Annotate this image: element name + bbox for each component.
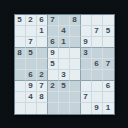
sudoku-board: 526781475761985935676239725648791	[14, 14, 115, 115]
cell-r1c1[interactable]: 5	[15, 15, 26, 26]
cell-r3c3[interactable]	[37, 37, 48, 48]
cell-r8c9[interactable]	[103, 92, 114, 103]
cell-r8c8[interactable]	[92, 92, 103, 103]
cell-r9c8[interactable]: 9	[92, 103, 103, 114]
cell-r1c8[interactable]	[92, 15, 103, 26]
cell-r9c4[interactable]	[48, 103, 59, 114]
cell-r3c5[interactable]: 1	[59, 37, 70, 48]
cell-r5c6[interactable]	[70, 59, 81, 70]
cell-r3c9[interactable]	[103, 37, 114, 48]
cell-r7c1[interactable]	[15, 81, 26, 92]
cell-r8c7[interactable]: 7	[81, 92, 92, 103]
cell-r1c4[interactable]: 7	[48, 15, 59, 26]
cell-r4c9[interactable]	[103, 48, 114, 59]
cell-r7c3[interactable]: 7	[37, 81, 48, 92]
cell-r7c6[interactable]	[70, 81, 81, 92]
cell-r8c2[interactable]: 4	[26, 92, 37, 103]
cell-r2c5[interactable]: 4	[59, 26, 70, 37]
cell-r5c8[interactable]: 6	[92, 59, 103, 70]
cell-r1c6[interactable]: 8	[70, 15, 81, 26]
cell-r1c3[interactable]: 6	[37, 15, 48, 26]
cell-r6c6[interactable]	[70, 70, 81, 81]
cell-r1c7[interactable]	[81, 15, 92, 26]
cell-r4c7[interactable]: 3	[81, 48, 92, 59]
cell-r8c4[interactable]	[48, 92, 59, 103]
cell-r7c9[interactable]: 6	[103, 81, 114, 92]
cell-r2c4[interactable]	[48, 26, 59, 37]
cell-r6c1[interactable]	[15, 70, 26, 81]
cell-r2c3[interactable]: 1	[37, 26, 48, 37]
cell-r4c5[interactable]	[59, 48, 70, 59]
cell-r9c6[interactable]	[70, 103, 81, 114]
cell-r2c6[interactable]	[70, 26, 81, 37]
cell-r6c9[interactable]	[103, 70, 114, 81]
cell-r4c4[interactable]: 9	[48, 48, 59, 59]
cell-r2c1[interactable]	[15, 26, 26, 37]
cell-r6c7[interactable]	[81, 70, 92, 81]
cell-r2c9[interactable]: 5	[103, 26, 114, 37]
cell-r8c6[interactable]	[70, 92, 81, 103]
cell-r6c5[interactable]: 3	[59, 70, 70, 81]
cell-r3c8[interactable]	[92, 37, 103, 48]
cell-r9c2[interactable]	[26, 103, 37, 114]
cell-r5c5[interactable]	[59, 59, 70, 70]
cell-r7c5[interactable]: 5	[59, 81, 70, 92]
cell-r6c2[interactable]: 6	[26, 70, 37, 81]
cell-r1c5[interactable]	[59, 15, 70, 26]
cell-r9c1[interactable]	[15, 103, 26, 114]
cell-r1c9[interactable]	[103, 15, 114, 26]
cell-r5c3[interactable]	[37, 59, 48, 70]
cell-r5c7[interactable]	[81, 59, 92, 70]
cell-r9c3[interactable]	[37, 103, 48, 114]
cell-r8c1[interactable]	[15, 92, 26, 103]
cell-r8c3[interactable]: 8	[37, 92, 48, 103]
cell-r7c7[interactable]	[81, 81, 92, 92]
cell-r4c3[interactable]	[37, 48, 48, 59]
cell-r2c2[interactable]	[26, 26, 37, 37]
cell-r6c3[interactable]: 2	[37, 70, 48, 81]
cell-r2c7[interactable]	[81, 26, 92, 37]
cell-r3c2[interactable]: 7	[26, 37, 37, 48]
cell-r4c8[interactable]	[92, 48, 103, 59]
cell-r7c4[interactable]: 2	[48, 81, 59, 92]
cell-r4c2[interactable]: 5	[26, 48, 37, 59]
cell-r4c6[interactable]	[70, 48, 81, 59]
cell-r7c2[interactable]: 9	[26, 81, 37, 92]
cell-r7c8[interactable]	[92, 81, 103, 92]
cell-r1c2[interactable]: 2	[26, 15, 37, 26]
cell-r3c1[interactable]	[15, 37, 26, 48]
cell-r3c6[interactable]	[70, 37, 81, 48]
cell-r9c9[interactable]: 1	[103, 103, 114, 114]
cell-r3c4[interactable]: 6	[48, 37, 59, 48]
cell-r2c8[interactable]: 7	[92, 26, 103, 37]
cell-r3c7[interactable]: 9	[81, 37, 92, 48]
cell-r6c4[interactable]	[48, 70, 59, 81]
cell-r5c1[interactable]	[15, 59, 26, 70]
cell-r5c2[interactable]	[26, 59, 37, 70]
cell-r6c8[interactable]	[92, 70, 103, 81]
cell-r4c1[interactable]: 8	[15, 48, 26, 59]
cell-r5c4[interactable]: 5	[48, 59, 59, 70]
cell-r8c5[interactable]	[59, 92, 70, 103]
cell-r5c9[interactable]: 7	[103, 59, 114, 70]
cell-r9c7[interactable]	[81, 103, 92, 114]
cell-r9c5[interactable]	[59, 103, 70, 114]
